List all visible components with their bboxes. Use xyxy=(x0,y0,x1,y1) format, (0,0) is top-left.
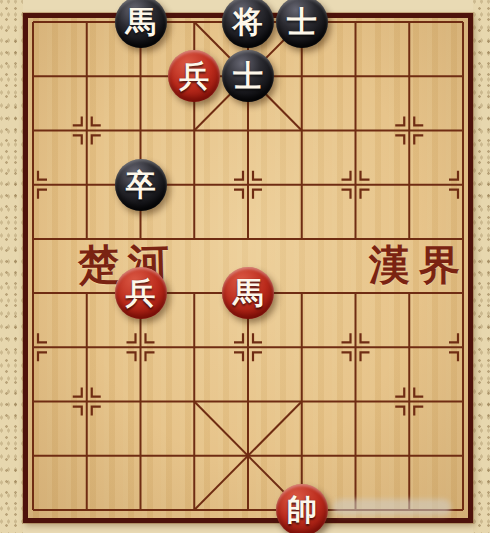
piece-red-soldier-2[interactable]: 兵 xyxy=(115,267,167,319)
piece-glyph: 帥 xyxy=(287,484,317,533)
piece-black-horse[interactable]: 馬 xyxy=(115,0,167,48)
piece-red-horse[interactable]: 馬 xyxy=(222,267,274,319)
piece-black-soldier[interactable]: 卒 xyxy=(115,159,167,211)
piece-glyph: 馬 xyxy=(126,0,156,48)
xiangqi-board[interactable]: 楚河 漢界 馬将士兵士卒兵馬帥 xyxy=(0,0,490,533)
piece-red-general[interactable]: 帥 xyxy=(276,484,328,533)
piece-glyph: 士 xyxy=(233,50,263,102)
xiangqi-board-screen: 楚河 漢界 馬将士兵士卒兵馬帥 xyxy=(0,0,490,533)
piece-glyph: 馬 xyxy=(233,267,263,319)
piece-glyph: 兵 xyxy=(126,267,156,319)
watermark-blur xyxy=(333,499,451,516)
piece-glyph: 卒 xyxy=(126,159,156,211)
piece-black-advisor-2[interactable]: 士 xyxy=(222,50,274,102)
piece-glyph: 将 xyxy=(233,0,263,48)
river-label-han-jie: 漢界 xyxy=(369,243,469,287)
piece-black-advisor-1[interactable]: 士 xyxy=(276,0,328,48)
piece-glyph: 士 xyxy=(287,0,317,48)
piece-glyph: 兵 xyxy=(179,50,209,102)
